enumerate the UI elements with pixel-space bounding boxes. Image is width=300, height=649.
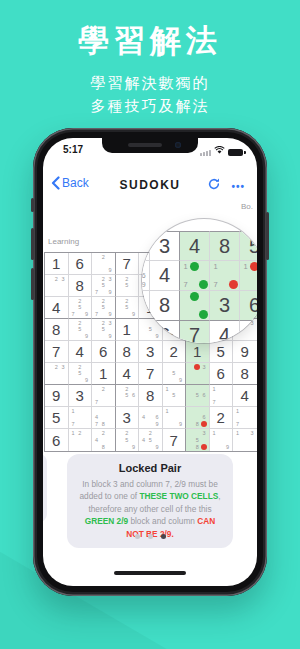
cell-candidates: 19 [211,430,232,450]
cell-candidates: 56 [187,386,208,405]
cell-candidates: 2579 [93,298,114,317]
cell-digit: 4 [123,365,131,382]
green-dot-icon [199,280,208,289]
sudoku-cell[interactable]: 9 [45,385,69,407]
sudoku-cell[interactable]: 4 [116,363,140,385]
notch [102,138,198,153]
cell-candidates: 358 [187,430,208,450]
red-dot-icon [201,444,207,450]
cell-digit: 7 [52,343,60,360]
cell-candidates: 17 [181,262,208,289]
green-dot-icon [199,310,208,319]
cell-digit: 5 [52,409,60,426]
sudoku-cell[interactable]: 248 [92,429,116,451]
sudoku-cell[interactable]: 256 [116,385,140,407]
sudoku-cell[interactable]: 7 [45,341,69,363]
volume-down-button [31,268,34,300]
magnified-cell: 6 [240,291,257,321]
cell-digit: 7 [146,365,154,382]
sudoku-cell[interactable]: 23 [45,363,69,385]
sudoku-cell[interactable]: 2 [210,407,234,429]
cell-digit: 5 [249,235,257,258]
cell-candidates: 248 [93,430,114,450]
mode-label: Learning [48,237,79,246]
sudoku-cell[interactable]: 29 [92,253,116,275]
sudoku-cell[interactable]: 4 [69,341,93,363]
hint-body: In block 3 and column 7, 2/9 must be add… [76,478,224,540]
hero-title: 學習解法 [0,20,300,62]
cell-digit: 8 [76,277,84,294]
green-dot-icon [190,262,199,271]
magnified-cell: 17 [180,261,210,291]
cell-digit: 3 [219,294,230,317]
sudoku-cell[interactable]: 259 [116,429,140,451]
red-dot-icon [250,262,257,271]
cell-digit: 4 [241,387,249,404]
cell-digit: 6 [249,294,257,317]
sudoku-cell[interactable]: 9 [233,341,257,363]
cell-candidates: 259 [117,298,138,317]
cell-digit: 6 [99,343,107,360]
cell-digit: 5 [217,343,225,360]
page-dot-active [161,534,166,539]
cell-candidates: 478 [93,408,114,427]
cell-digit: 9 [241,343,249,360]
sudoku-cell[interactable]: 19 [163,407,187,429]
cell-digit: 8 [123,343,131,360]
cell-digit: 4 [189,235,200,258]
cell-candidates: 259 [70,364,91,383]
corner-label: Bo. [241,202,253,211]
sudoku-cell[interactable]: 2 [163,341,187,363]
cell-digit: 3 [146,343,154,360]
sudoku-cell[interactable]: 2459 [139,429,163,451]
cell-candidates: 27 [93,386,114,405]
cell-candidates: 3 [187,364,208,383]
sudoku-cell[interactable]: 7 [163,429,187,451]
cell-digit: 3 [76,387,84,404]
magnifier-circle: 7293485252569417171259183615967423 [142,219,257,343]
magnified-cell: 3 [150,231,180,261]
red-dot-icon [194,364,200,370]
more-button[interactable]: ••• [231,181,245,192]
green-dot-icon [190,292,199,301]
sudoku-cell[interactable]: 259 [116,297,140,319]
sudoku-cell[interactable]: 8 [69,275,93,297]
sudoku-cell[interactable]: 27 [92,385,116,407]
sudoku-cell[interactable]: 13 [233,429,257,451]
cell-candidates: 17 [211,262,238,289]
cell-digit: 3 [123,409,131,426]
sudoku-cell[interactable]: 478 [92,407,116,429]
sudoku-cell[interactable]: 17 [69,407,93,429]
magnified-cell: 5 [240,231,257,261]
cell-candidates: 23 [46,276,67,295]
page-dot [148,534,153,539]
cell-candidates: 19 [164,408,185,427]
sudoku-cell[interactable]: 7 [116,253,140,275]
cell-candidates: 2459 [140,430,161,450]
cell-candidates: 17 [70,408,91,427]
page-dots [43,534,257,539]
status-time: 5:17 [63,144,83,155]
cell-digit: 9 [52,387,60,404]
sudoku-cell[interactable]: 469 [139,407,163,429]
mute-switch [31,198,34,212]
sudoku-cell[interactable]: 19 [210,429,234,451]
sudoku-cell[interactable]: 2579 [92,297,116,319]
cell-digit: 8 [219,235,230,258]
cell-candidates: 23579 [93,276,114,295]
cell-digit: 4 [76,343,84,360]
sudoku-cell[interactable]: 68 [186,407,210,429]
sudoku-cell[interactable]: 2359 [92,319,116,341]
wifi-icon [214,145,225,156]
cell-digit: 8 [52,321,60,338]
cell-digit: 6 [52,432,60,449]
ellipsis-icon: ••• [231,181,245,192]
sudoku-cell[interactable]: 3 [186,363,210,385]
cell-candidates: 68 [187,408,208,427]
cellular-icon [200,150,211,156]
magnified-cell [180,291,210,321]
sudoku-cell[interactable]: 3 [116,407,140,429]
power-button [266,212,269,260]
cell-candidates: 17 [234,408,256,427]
battery-icon [228,149,243,156]
nav-bar: Back SUDOKU ••• [43,176,257,196]
sudoku-cell[interactable]: 2579 [69,297,93,319]
cell-digit: 8 [146,387,154,404]
sudoku-cell[interactable]: 25 [116,275,140,297]
sudoku-cell[interactable]: 23579 [92,275,116,297]
sudoku-cell[interactable]: 17 [210,385,234,407]
magnified-cell: 4 [180,231,210,261]
phone-frame: 5:17 Back SUDOKU [33,128,267,596]
cell-candidates: 2579 [70,298,91,317]
sudoku-cell[interactable]: 15 [163,385,187,407]
magnified-cell: 8 [210,231,240,261]
magnified-cell: 2569 [142,261,150,291]
cell-digit: 4 [52,299,60,316]
cell-digit: 6 [76,255,84,272]
magnified-cell: 4 [150,261,180,291]
cell-digit: 8 [159,294,170,317]
sudoku-cell[interactable]: 8 [45,319,69,341]
cell-candidates: 29 [93,254,114,273]
cell-candidates: 13 [234,430,256,450]
camera-icon [175,142,181,148]
cell-digit: 1 [52,255,60,272]
sudoku-cell[interactable]: 56 [186,385,210,407]
sudoku-cell[interactable]: 7 [139,363,163,385]
magnified-cell: 8 [150,291,180,321]
cell-candidates: 25 [117,276,138,295]
cell-digit: 4 [159,264,170,287]
sudoku-cell[interactable]: 23 [45,275,69,297]
magnified-cell: 7 [180,321,210,343]
cell-digit: 1 [123,321,131,338]
sudoku-cell[interactable]: 259 [69,363,93,385]
sudoku-cell[interactable]: 259 [69,319,93,341]
volume-up-button [31,228,34,260]
sudoku-cell[interactable]: 1 [92,363,116,385]
cell-digit: 7 [189,324,200,343]
sudoku-cell[interactable]: 4 [45,297,69,319]
hint-title: Locked Pair [76,462,224,474]
cell-digit: 1 [193,343,201,360]
cell-candidates [181,292,208,319]
sudoku-cell[interactable]: 6 [45,429,69,451]
cell-candidates: 469 [140,408,161,427]
cell-candidates: 17 [211,386,232,405]
hero-header: 學習解法 學習解決數獨的 多種技巧及解法 [0,0,300,118]
cell-candidates: 15 [164,386,185,405]
sudoku-cell[interactable]: 5 [45,407,69,429]
cell-digit: 6 [217,365,225,382]
sudoku-cell[interactable]: 5 [210,341,234,363]
cell-candidates: 12 [70,430,91,450]
sudoku-cell[interactable]: 12 [69,429,93,451]
refresh-button[interactable] [207,177,221,195]
cell-digit: 7 [123,255,131,272]
sudoku-cell[interactable]: 1 [186,341,210,363]
sudoku-cell[interactable]: 358 [186,429,210,451]
cell-candidates: 259 [70,320,91,339]
cell-candidates: 259 [117,430,138,450]
cell-candidates: 1 [241,262,257,289]
sudoku-cell[interactable]: 6 [210,363,234,385]
cell-candidates: 256 [117,386,138,405]
home-indicator [114,571,186,575]
sudoku-cell[interactable]: 17 [233,407,257,429]
cell-candidates: 2359 [93,320,114,339]
sudoku-cell[interactable]: 8 [116,341,140,363]
magnified-cell: 3 [210,291,240,321]
sudoku-cell[interactable]: 4 [233,385,257,407]
cell-candidates: 2569 [142,262,148,289]
hero-subtitle-line2: 多種技巧及解法 [0,94,300,117]
magnified-cell: 17 [210,261,240,291]
sudoku-cell[interactable]: 8 [233,363,257,385]
red-dot-icon [229,280,238,289]
page-dot [135,534,140,539]
cell-digit: 8 [241,365,249,382]
sudoku-cell[interactable]: 8 [139,385,163,407]
sudoku-cell[interactable]: 6 [92,341,116,363]
refresh-icon [207,177,221,191]
cell-candidates: 23 [46,364,67,383]
sudoku-cell[interactable]: 3 [139,341,163,363]
previous-hint-card-edge [43,454,47,522]
speaker-icon [128,143,162,147]
sudoku-cell[interactable]: 3 [69,385,93,407]
sudoku-cell[interactable]: 59 [163,363,187,385]
cell-candidates: 59 [164,364,185,383]
sudoku-cell[interactable]: 1 [116,319,140,341]
sudoku-cell[interactable]: 6 [69,253,93,275]
cell-digit: 2 [170,343,178,360]
red-dot-icon [201,421,207,427]
sudoku-cell[interactable]: 1 [45,253,69,275]
cell-digit: 2 [217,409,225,426]
cell-digit: 1 [99,365,107,382]
phone-screen: 5:17 Back SUDOKU [43,138,257,586]
magnified-cell: 1 [240,261,257,291]
hero-subtitle-line1: 學習解決數獨的 [0,71,300,94]
cell-digit: 3 [159,235,170,258]
cell-digit: 7 [170,432,178,449]
hero-subtitle: 學習解決數獨的 多種技巧及解法 [0,71,300,118]
